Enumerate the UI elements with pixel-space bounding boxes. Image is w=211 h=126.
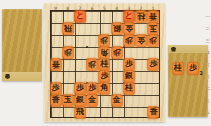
piece-7i[interactable]: 飛	[75, 107, 85, 118]
piece-2c[interactable]: 金	[136, 35, 146, 46]
piece-4d[interactable]: 歩	[112, 47, 122, 58]
piece-3a[interactable]: と	[124, 11, 134, 22]
piece-4b[interactable]: 銀	[112, 23, 122, 34]
piece-3g[interactable]: 桂	[124, 83, 134, 94]
piece-9g[interactable]: 歩	[51, 83, 61, 94]
piece-8h[interactable]: 玉	[63, 95, 73, 106]
hoshi-dot	[123, 46, 125, 48]
piece-7g[interactable]: 歩	[75, 83, 85, 94]
hand-piece-歩[interactable]: 歩	[188, 63, 198, 74]
shogi-app: 987654321 一二三四五六七八九 とと桂香飛銀金玉歩歩金歩歩角歩香歩桂歩歩…	[0, 0, 210, 126]
piece-3c[interactable]: 歩	[124, 35, 134, 46]
piece-3f[interactable]: 銀	[124, 71, 134, 82]
piece-2a[interactable]: 桂	[136, 11, 146, 22]
piece-5f[interactable]: 歩	[99, 71, 109, 82]
sente-hand-tray[interactable]: 桂歩2	[168, 45, 208, 117]
piece-5g[interactable]: 角	[99, 83, 109, 94]
piece-9h[interactable]: 香	[51, 95, 61, 106]
piece-8b[interactable]: 飛	[63, 23, 73, 34]
sente-hand-pieces: 桂歩2	[168, 45, 208, 117]
rank-label-1: 一	[205, 14, 211, 19]
piece-9e[interactable]: 香	[51, 59, 61, 70]
piece-8d[interactable]: 歩	[63, 47, 73, 58]
hoshi-dot	[86, 46, 88, 48]
piece-6e[interactable]: 歩	[87, 59, 97, 70]
gote-hand-tray[interactable]	[2, 9, 42, 81]
rank-label-2: 二	[205, 26, 211, 31]
piece-1b[interactable]: 玉	[148, 23, 158, 34]
piece-1c[interactable]: 歩	[148, 35, 158, 46]
piece-7a[interactable]: と	[75, 11, 85, 22]
piece-5e[interactable]: 桂	[99, 59, 109, 70]
piece-6g[interactable]: 歩	[87, 83, 97, 94]
piece-3b[interactable]: 金	[124, 23, 134, 34]
piece-4h[interactable]: 金	[112, 95, 122, 106]
piece-7h[interactable]: 銀	[75, 95, 85, 106]
hand-piece-桂[interactable]: 桂	[173, 63, 183, 74]
piece-5d[interactable]: 角	[99, 47, 109, 58]
piece-5c[interactable]: 歩	[99, 35, 109, 46]
hand-piece-count: 2	[200, 70, 203, 76]
piece-1a[interactable]: 香	[148, 11, 158, 22]
piece-3e[interactable]: 歩	[124, 59, 134, 70]
piece-6h[interactable]: 金	[87, 95, 97, 106]
piece-1e[interactable]: 歩	[148, 59, 158, 70]
rank-label-3: 三	[205, 38, 211, 43]
piece-1i[interactable]: 香	[148, 107, 158, 118]
